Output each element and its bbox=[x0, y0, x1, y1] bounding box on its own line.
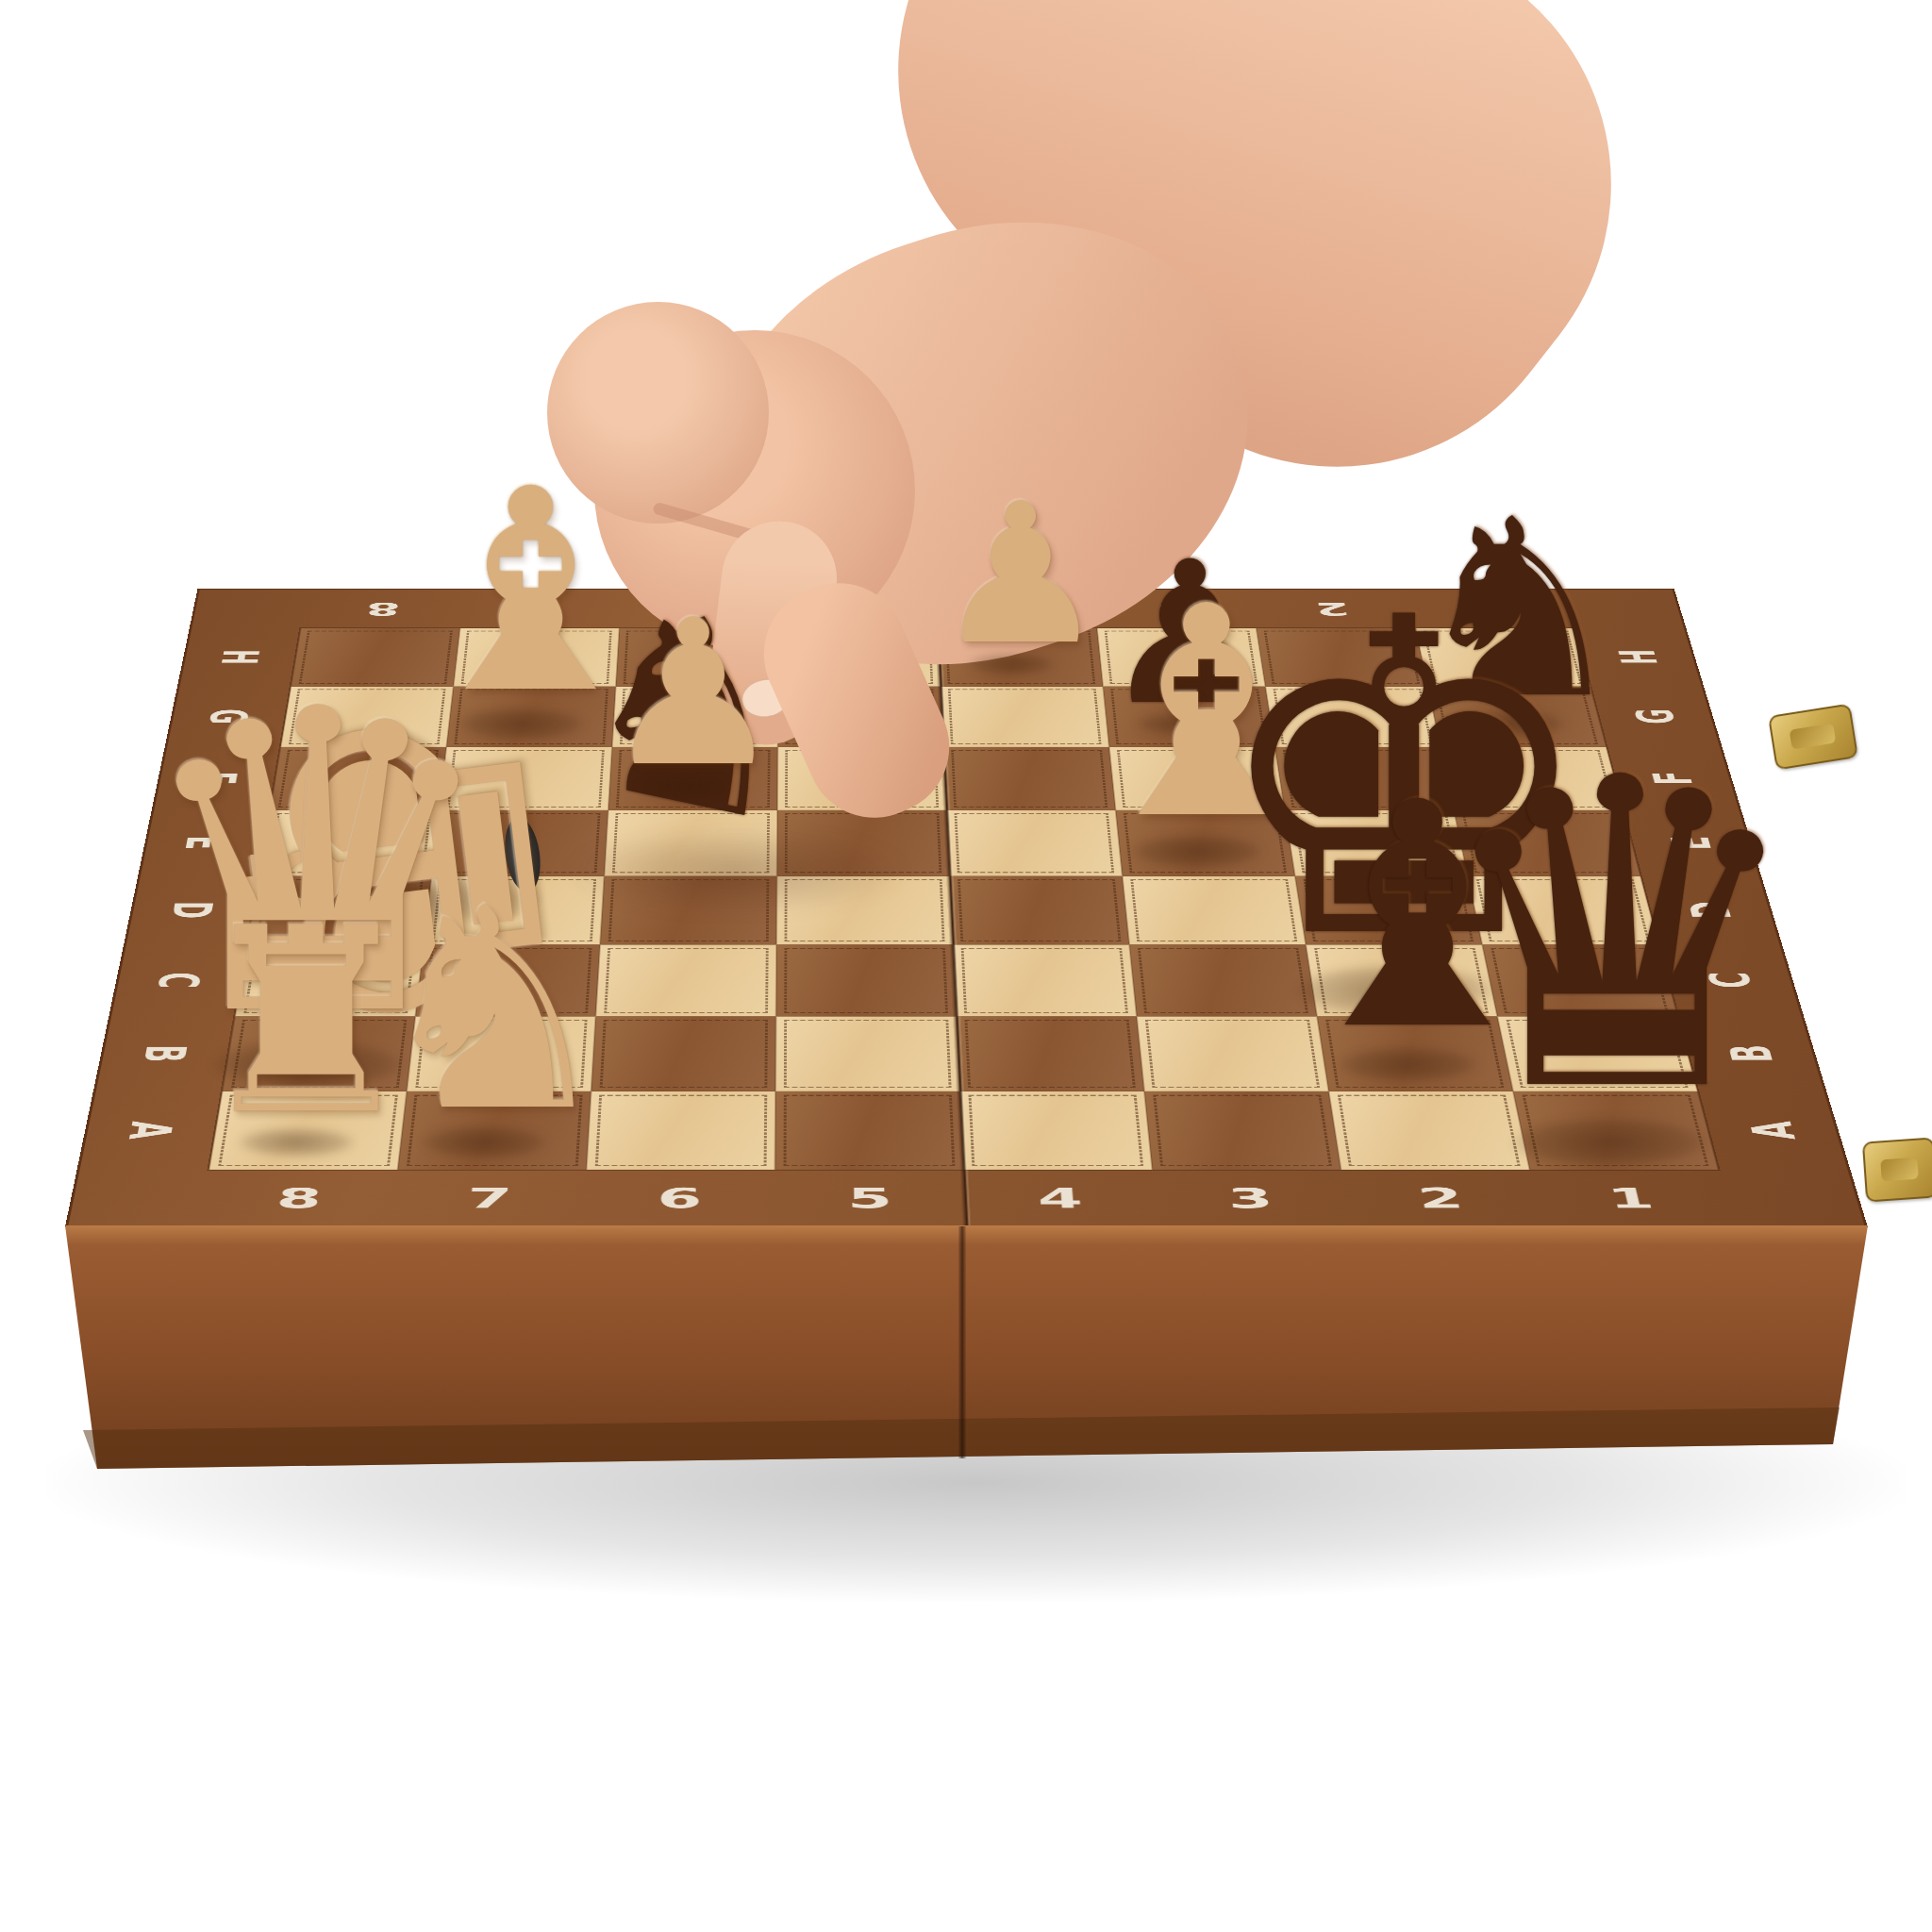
front-rank-label-7: 7 bbox=[391, 1172, 587, 1225]
piece-shadow bbox=[457, 708, 585, 741]
square-d3 bbox=[1123, 876, 1306, 945]
square-a2 bbox=[1328, 1091, 1529, 1170]
front-rank-label-2: 2 bbox=[1341, 1172, 1541, 1225]
box-fold-gap bbox=[958, 1226, 966, 1458]
square-h1 bbox=[1415, 628, 1590, 687]
front-rank-label-6: 6 bbox=[583, 1172, 775, 1225]
piece-shadow bbox=[212, 1040, 404, 1090]
square-h8 bbox=[291, 628, 459, 687]
square-g2 bbox=[1265, 687, 1441, 747]
square-b5 bbox=[775, 1016, 959, 1091]
curled-finger bbox=[547, 302, 769, 524]
square-c7 bbox=[415, 944, 600, 1016]
front-rank-label-8: 8 bbox=[200, 1172, 398, 1225]
square-f7 bbox=[439, 747, 611, 810]
square-f2 bbox=[1274, 747, 1454, 810]
square-c6 bbox=[595, 944, 776, 1016]
piece-shadow bbox=[1135, 712, 1225, 736]
square-d1 bbox=[1468, 876, 1658, 945]
square-c1 bbox=[1482, 944, 1677, 1016]
square-e4 bbox=[946, 810, 1122, 876]
front-rank-label-4: 4 bbox=[964, 1172, 1158, 1225]
front-rank-label-1: 1 bbox=[1530, 1172, 1733, 1225]
piece-shadow bbox=[1511, 1117, 1707, 1168]
far-rank-label-1: 1 bbox=[1408, 593, 1574, 625]
square-e2 bbox=[1285, 810, 1468, 876]
square-b6 bbox=[591, 1016, 776, 1091]
square-h2 bbox=[1257, 628, 1428, 687]
front-rank-label-5: 5 bbox=[774, 1172, 966, 1225]
square-c5 bbox=[776, 944, 957, 1016]
square-a4 bbox=[960, 1091, 1153, 1170]
far-rank-label-7: 7 bbox=[460, 593, 622, 625]
far-rank-label-2: 2 bbox=[1251, 593, 1415, 625]
square-c4 bbox=[953, 944, 1137, 1016]
square-a6 bbox=[587, 1091, 776, 1170]
square-f3 bbox=[1109, 747, 1285, 810]
square-f4 bbox=[943, 747, 1115, 810]
brass-clasp-icon bbox=[1862, 1137, 1932, 1202]
square-e1 bbox=[1454, 810, 1641, 876]
brass-clasp-icon bbox=[1768, 703, 1858, 770]
chess-photo-scene: 87654321 87654321 HGFEDCBA HGFEDCBA ♜♛♞♚… bbox=[0, 0, 1932, 1932]
square-a3 bbox=[1144, 1091, 1341, 1170]
square-c8 bbox=[235, 944, 424, 1016]
square-g8 bbox=[281, 687, 454, 747]
square-f8 bbox=[270, 747, 446, 810]
square-c3 bbox=[1129, 944, 1317, 1016]
square-d2 bbox=[1295, 876, 1482, 945]
piece-shadow bbox=[238, 1127, 356, 1158]
square-e8 bbox=[258, 810, 439, 876]
square-a5 bbox=[775, 1091, 964, 1170]
piece-shadow bbox=[1454, 709, 1567, 739]
square-f1 bbox=[1441, 747, 1623, 810]
square-h3 bbox=[1097, 628, 1265, 687]
far-rank-label-8: 8 bbox=[302, 593, 464, 625]
piece-shadow bbox=[250, 872, 542, 924]
square-b1 bbox=[1497, 1016, 1697, 1091]
piece-shadow bbox=[638, 774, 730, 799]
square-b7 bbox=[407, 1016, 595, 1091]
piece-shadow bbox=[967, 653, 1056, 676]
hand-shadow bbox=[562, 826, 911, 916]
front-rank-label-3: 3 bbox=[1153, 1172, 1350, 1225]
piece-shadow bbox=[421, 1125, 549, 1158]
piece-shadow bbox=[1294, 964, 1495, 1016]
square-b3 bbox=[1137, 1016, 1329, 1091]
square-b4 bbox=[957, 1016, 1144, 1091]
square-d4 bbox=[950, 876, 1129, 945]
square-h7 bbox=[454, 628, 620, 687]
